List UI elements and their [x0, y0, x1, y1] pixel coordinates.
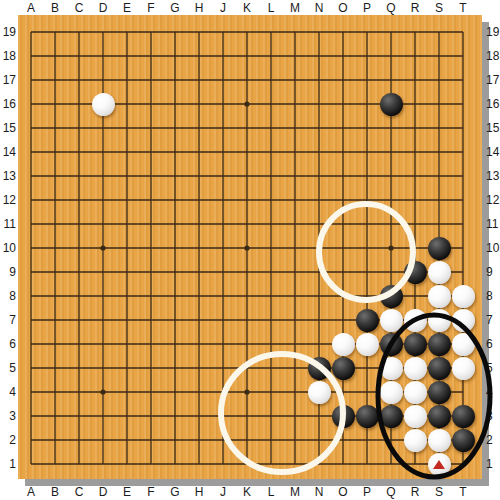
intersection-T2[interactable]: [451, 428, 475, 452]
intersection-L19[interactable]: [259, 20, 283, 44]
intersection-E15[interactable]: [115, 116, 139, 140]
intersection-H19[interactable]: [187, 20, 211, 44]
intersection-O13[interactable]: [331, 164, 355, 188]
intersection-P5[interactable]: [355, 356, 379, 380]
intersection-N19[interactable]: [307, 20, 331, 44]
intersection-S1[interactable]: [427, 452, 451, 476]
intersection-A1[interactable]: [19, 452, 43, 476]
intersection-P1[interactable]: [355, 452, 379, 476]
intersection-J5[interactable]: [211, 356, 235, 380]
intersection-Q11[interactable]: [379, 212, 403, 236]
intersection-M4[interactable]: [283, 380, 307, 404]
intersection-M15[interactable]: [283, 116, 307, 140]
intersection-Q16[interactable]: [379, 92, 403, 116]
intersection-P11[interactable]: [355, 212, 379, 236]
intersection-L11[interactable]: [259, 212, 283, 236]
intersection-F16[interactable]: [139, 92, 163, 116]
intersection-Q6[interactable]: [379, 332, 403, 356]
intersection-N3[interactable]: [307, 404, 331, 428]
intersection-K12[interactable]: [235, 188, 259, 212]
intersection-N13[interactable]: [307, 164, 331, 188]
intersection-A12[interactable]: [19, 188, 43, 212]
intersection-C4[interactable]: [67, 380, 91, 404]
intersection-J13[interactable]: [211, 164, 235, 188]
intersection-T5[interactable]: [451, 356, 475, 380]
intersection-C11[interactable]: [67, 212, 91, 236]
intersection-H8[interactable]: [187, 284, 211, 308]
intersection-N18[interactable]: [307, 44, 331, 68]
intersection-Q18[interactable]: [379, 44, 403, 68]
intersection-J2[interactable]: [211, 428, 235, 452]
intersection-J10[interactable]: [211, 236, 235, 260]
intersection-O10[interactable]: [331, 236, 355, 260]
intersection-K19[interactable]: [235, 20, 259, 44]
intersection-E19[interactable]: [115, 20, 139, 44]
intersection-C2[interactable]: [67, 428, 91, 452]
intersection-A3[interactable]: [19, 404, 43, 428]
intersection-J17[interactable]: [211, 68, 235, 92]
intersection-J16[interactable]: [211, 92, 235, 116]
intersection-Q1[interactable]: [379, 452, 403, 476]
intersection-G5[interactable]: [163, 356, 187, 380]
intersection-E6[interactable]: [115, 332, 139, 356]
intersection-K13[interactable]: [235, 164, 259, 188]
intersection-T9[interactable]: [451, 260, 475, 284]
intersection-K9[interactable]: [235, 260, 259, 284]
intersection-E12[interactable]: [115, 188, 139, 212]
intersection-K4[interactable]: [235, 380, 259, 404]
intersection-P14[interactable]: [355, 140, 379, 164]
intersection-F8[interactable]: [139, 284, 163, 308]
intersection-M16[interactable]: [283, 92, 307, 116]
intersection-B19[interactable]: [43, 20, 67, 44]
intersection-L7[interactable]: [259, 308, 283, 332]
intersection-A9[interactable]: [19, 260, 43, 284]
intersection-N5[interactable]: [307, 356, 331, 380]
intersection-P8[interactable]: [355, 284, 379, 308]
intersection-H4[interactable]: [187, 380, 211, 404]
intersection-S2[interactable]: [427, 428, 451, 452]
intersection-B18[interactable]: [43, 44, 67, 68]
intersection-O18[interactable]: [331, 44, 355, 68]
intersection-O5[interactable]: [331, 356, 355, 380]
intersection-T19[interactable]: [451, 20, 475, 44]
intersection-H3[interactable]: [187, 404, 211, 428]
intersection-K6[interactable]: [235, 332, 259, 356]
intersection-E5[interactable]: [115, 356, 139, 380]
intersection-J12[interactable]: [211, 188, 235, 212]
intersection-G15[interactable]: [163, 116, 187, 140]
intersection-D9[interactable]: [91, 260, 115, 284]
intersection-S11[interactable]: [427, 212, 451, 236]
intersection-S17[interactable]: [427, 68, 451, 92]
intersection-Q8[interactable]: [379, 284, 403, 308]
intersection-O19[interactable]: [331, 20, 355, 44]
intersection-E16[interactable]: [115, 92, 139, 116]
intersection-G19[interactable]: [163, 20, 187, 44]
intersection-B3[interactable]: [43, 404, 67, 428]
intersection-Q10[interactable]: [379, 236, 403, 260]
intersection-M10[interactable]: [283, 236, 307, 260]
intersection-P19[interactable]: [355, 20, 379, 44]
intersection-S12[interactable]: [427, 188, 451, 212]
intersection-D7[interactable]: [91, 308, 115, 332]
intersection-E4[interactable]: [115, 380, 139, 404]
intersection-M2[interactable]: [283, 428, 307, 452]
intersection-B15[interactable]: [43, 116, 67, 140]
intersection-A2[interactable]: [19, 428, 43, 452]
intersection-R7[interactable]: [403, 308, 427, 332]
intersection-R17[interactable]: [403, 68, 427, 92]
intersection-D13[interactable]: [91, 164, 115, 188]
intersection-S13[interactable]: [427, 164, 451, 188]
intersection-L16[interactable]: [259, 92, 283, 116]
intersection-O7[interactable]: [331, 308, 355, 332]
intersection-L15[interactable]: [259, 116, 283, 140]
intersection-F7[interactable]: [139, 308, 163, 332]
intersection-T10[interactable]: [451, 236, 475, 260]
intersection-H7[interactable]: [187, 308, 211, 332]
intersection-N16[interactable]: [307, 92, 331, 116]
intersection-L9[interactable]: [259, 260, 283, 284]
intersection-R5[interactable]: [403, 356, 427, 380]
intersection-F12[interactable]: [139, 188, 163, 212]
intersection-L12[interactable]: [259, 188, 283, 212]
intersection-A16[interactable]: [19, 92, 43, 116]
intersection-J3[interactable]: [211, 404, 235, 428]
intersection-P17[interactable]: [355, 68, 379, 92]
intersection-A15[interactable]: [19, 116, 43, 140]
intersection-H15[interactable]: [187, 116, 211, 140]
intersection-G9[interactable]: [163, 260, 187, 284]
intersection-N8[interactable]: [307, 284, 331, 308]
intersection-O1[interactable]: [331, 452, 355, 476]
intersection-H9[interactable]: [187, 260, 211, 284]
intersection-G4[interactable]: [163, 380, 187, 404]
intersection-G16[interactable]: [163, 92, 187, 116]
intersection-C19[interactable]: [67, 20, 91, 44]
intersection-A6[interactable]: [19, 332, 43, 356]
intersection-Q7[interactable]: [379, 308, 403, 332]
intersection-H16[interactable]: [187, 92, 211, 116]
intersection-T15[interactable]: [451, 116, 475, 140]
intersection-S8[interactable]: [427, 284, 451, 308]
intersection-B1[interactable]: [43, 452, 67, 476]
intersection-B16[interactable]: [43, 92, 67, 116]
intersection-J19[interactable]: [211, 20, 235, 44]
intersection-O3[interactable]: [331, 404, 355, 428]
intersection-K3[interactable]: [235, 404, 259, 428]
intersection-M18[interactable]: [283, 44, 307, 68]
intersection-K8[interactable]: [235, 284, 259, 308]
intersection-P7[interactable]: [355, 308, 379, 332]
intersection-D18[interactable]: [91, 44, 115, 68]
intersection-A5[interactable]: [19, 356, 43, 380]
intersection-C16[interactable]: [67, 92, 91, 116]
intersection-B13[interactable]: [43, 164, 67, 188]
intersection-K14[interactable]: [235, 140, 259, 164]
intersection-M19[interactable]: [283, 20, 307, 44]
intersection-R3[interactable]: [403, 404, 427, 428]
intersection-D11[interactable]: [91, 212, 115, 236]
intersection-F3[interactable]: [139, 404, 163, 428]
intersection-M11[interactable]: [283, 212, 307, 236]
intersection-D19[interactable]: [91, 20, 115, 44]
intersection-E1[interactable]: [115, 452, 139, 476]
intersection-D10[interactable]: [91, 236, 115, 260]
intersection-B8[interactable]: [43, 284, 67, 308]
intersection-B9[interactable]: [43, 260, 67, 284]
intersection-Q14[interactable]: [379, 140, 403, 164]
intersection-L8[interactable]: [259, 284, 283, 308]
intersection-R19[interactable]: [403, 20, 427, 44]
intersection-P12[interactable]: [355, 188, 379, 212]
intersection-O4[interactable]: [331, 380, 355, 404]
intersection-M12[interactable]: [283, 188, 307, 212]
intersection-J7[interactable]: [211, 308, 235, 332]
intersection-O14[interactable]: [331, 140, 355, 164]
intersection-S3[interactable]: [427, 404, 451, 428]
intersection-P3[interactable]: [355, 404, 379, 428]
intersection-C5[interactable]: [67, 356, 91, 380]
intersection-D8[interactable]: [91, 284, 115, 308]
intersection-M1[interactable]: [283, 452, 307, 476]
intersection-H5[interactable]: [187, 356, 211, 380]
intersection-K5[interactable]: [235, 356, 259, 380]
intersection-J4[interactable]: [211, 380, 235, 404]
intersection-L14[interactable]: [259, 140, 283, 164]
intersection-O15[interactable]: [331, 116, 355, 140]
intersection-A7[interactable]: [19, 308, 43, 332]
intersection-F6[interactable]: [139, 332, 163, 356]
intersection-Q12[interactable]: [379, 188, 403, 212]
intersection-G3[interactable]: [163, 404, 187, 428]
intersection-K18[interactable]: [235, 44, 259, 68]
intersection-G6[interactable]: [163, 332, 187, 356]
intersection-F14[interactable]: [139, 140, 163, 164]
intersection-N4[interactable]: [307, 380, 331, 404]
intersection-C13[interactable]: [67, 164, 91, 188]
intersection-K15[interactable]: [235, 116, 259, 140]
intersection-A8[interactable]: [19, 284, 43, 308]
intersection-P15[interactable]: [355, 116, 379, 140]
intersection-M6[interactable]: [283, 332, 307, 356]
intersection-F5[interactable]: [139, 356, 163, 380]
intersection-H12[interactable]: [187, 188, 211, 212]
intersection-N9[interactable]: [307, 260, 331, 284]
intersection-R11[interactable]: [403, 212, 427, 236]
intersection-D6[interactable]: [91, 332, 115, 356]
intersection-T16[interactable]: [451, 92, 475, 116]
intersection-E13[interactable]: [115, 164, 139, 188]
intersection-S15[interactable]: [427, 116, 451, 140]
intersection-H10[interactable]: [187, 236, 211, 260]
intersection-G13[interactable]: [163, 164, 187, 188]
intersection-R4[interactable]: [403, 380, 427, 404]
intersection-R8[interactable]: [403, 284, 427, 308]
intersection-H17[interactable]: [187, 68, 211, 92]
intersection-P6[interactable]: [355, 332, 379, 356]
intersection-A13[interactable]: [19, 164, 43, 188]
intersection-E3[interactable]: [115, 404, 139, 428]
intersection-R6[interactable]: [403, 332, 427, 356]
intersection-B5[interactable]: [43, 356, 67, 380]
intersection-S9[interactable]: [427, 260, 451, 284]
intersection-N11[interactable]: [307, 212, 331, 236]
intersection-G14[interactable]: [163, 140, 187, 164]
intersection-J1[interactable]: [211, 452, 235, 476]
intersection-F18[interactable]: [139, 44, 163, 68]
intersection-J11[interactable]: [211, 212, 235, 236]
intersection-P10[interactable]: [355, 236, 379, 260]
intersection-C1[interactable]: [67, 452, 91, 476]
intersection-C17[interactable]: [67, 68, 91, 92]
intersection-F17[interactable]: [139, 68, 163, 92]
intersection-J18[interactable]: [211, 44, 235, 68]
intersection-S7[interactable]: [427, 308, 451, 332]
intersection-T18[interactable]: [451, 44, 475, 68]
intersection-B2[interactable]: [43, 428, 67, 452]
intersection-O16[interactable]: [331, 92, 355, 116]
intersection-H13[interactable]: [187, 164, 211, 188]
intersection-T3[interactable]: [451, 404, 475, 428]
intersection-C9[interactable]: [67, 260, 91, 284]
intersection-Q5[interactable]: [379, 356, 403, 380]
intersection-L18[interactable]: [259, 44, 283, 68]
intersection-A17[interactable]: [19, 68, 43, 92]
intersection-F9[interactable]: [139, 260, 163, 284]
intersection-D14[interactable]: [91, 140, 115, 164]
intersection-S16[interactable]: [427, 92, 451, 116]
intersection-B14[interactable]: [43, 140, 67, 164]
intersection-N14[interactable]: [307, 140, 331, 164]
intersection-F19[interactable]: [139, 20, 163, 44]
intersection-K2[interactable]: [235, 428, 259, 452]
intersection-C6[interactable]: [67, 332, 91, 356]
intersection-Q19[interactable]: [379, 20, 403, 44]
intersection-P13[interactable]: [355, 164, 379, 188]
intersection-C3[interactable]: [67, 404, 91, 428]
intersection-K17[interactable]: [235, 68, 259, 92]
intersection-C14[interactable]: [67, 140, 91, 164]
intersection-N15[interactable]: [307, 116, 331, 140]
intersection-L10[interactable]: [259, 236, 283, 260]
intersection-K16[interactable]: [235, 92, 259, 116]
intersection-O8[interactable]: [331, 284, 355, 308]
intersection-N10[interactable]: [307, 236, 331, 260]
intersection-L17[interactable]: [259, 68, 283, 92]
intersection-L13[interactable]: [259, 164, 283, 188]
intersection-F10[interactable]: [139, 236, 163, 260]
intersection-K7[interactable]: [235, 308, 259, 332]
intersection-B6[interactable]: [43, 332, 67, 356]
intersection-A19[interactable]: [19, 20, 43, 44]
intersection-O17[interactable]: [331, 68, 355, 92]
intersection-K1[interactable]: [235, 452, 259, 476]
intersection-G2[interactable]: [163, 428, 187, 452]
intersection-H18[interactable]: [187, 44, 211, 68]
intersection-O12[interactable]: [331, 188, 355, 212]
intersection-E8[interactable]: [115, 284, 139, 308]
intersection-F13[interactable]: [139, 164, 163, 188]
intersection-R18[interactable]: [403, 44, 427, 68]
intersection-F15[interactable]: [139, 116, 163, 140]
intersection-G12[interactable]: [163, 188, 187, 212]
intersection-Q17[interactable]: [379, 68, 403, 92]
intersection-B11[interactable]: [43, 212, 67, 236]
intersection-T7[interactable]: [451, 308, 475, 332]
intersection-S19[interactable]: [427, 20, 451, 44]
intersection-T12[interactable]: [451, 188, 475, 212]
intersection-M3[interactable]: [283, 404, 307, 428]
intersection-T1[interactable]: [451, 452, 475, 476]
intersection-D16[interactable]: [91, 92, 115, 116]
intersection-R9[interactable]: [403, 260, 427, 284]
intersection-G10[interactable]: [163, 236, 187, 260]
intersection-H1[interactable]: [187, 452, 211, 476]
intersection-P18[interactable]: [355, 44, 379, 68]
intersection-E17[interactable]: [115, 68, 139, 92]
intersection-E2[interactable]: [115, 428, 139, 452]
intersection-T14[interactable]: [451, 140, 475, 164]
intersection-T6[interactable]: [451, 332, 475, 356]
intersection-O2[interactable]: [331, 428, 355, 452]
intersection-J9[interactable]: [211, 260, 235, 284]
intersection-E14[interactable]: [115, 140, 139, 164]
intersection-C8[interactable]: [67, 284, 91, 308]
intersection-N12[interactable]: [307, 188, 331, 212]
intersection-T11[interactable]: [451, 212, 475, 236]
intersection-P9[interactable]: [355, 260, 379, 284]
intersection-S10[interactable]: [427, 236, 451, 260]
intersection-K10[interactable]: [235, 236, 259, 260]
intersection-D4[interactable]: [91, 380, 115, 404]
intersection-D12[interactable]: [91, 188, 115, 212]
intersection-M17[interactable]: [283, 68, 307, 92]
intersection-F4[interactable]: [139, 380, 163, 404]
intersection-S6[interactable]: [427, 332, 451, 356]
intersection-B12[interactable]: [43, 188, 67, 212]
intersection-Q2[interactable]: [379, 428, 403, 452]
intersection-G7[interactable]: [163, 308, 187, 332]
intersection-N1[interactable]: [307, 452, 331, 476]
intersection-Q4[interactable]: [379, 380, 403, 404]
intersection-D3[interactable]: [91, 404, 115, 428]
intersection-Q3[interactable]: [379, 404, 403, 428]
intersection-T13[interactable]: [451, 164, 475, 188]
intersection-A11[interactable]: [19, 212, 43, 236]
intersection-S5[interactable]: [427, 356, 451, 380]
intersection-T4[interactable]: [451, 380, 475, 404]
intersection-E7[interactable]: [115, 308, 139, 332]
intersection-M13[interactable]: [283, 164, 307, 188]
intersection-J6[interactable]: [211, 332, 235, 356]
intersection-Q15[interactable]: [379, 116, 403, 140]
intersection-S4[interactable]: [427, 380, 451, 404]
intersection-M8[interactable]: [283, 284, 307, 308]
intersection-R16[interactable]: [403, 92, 427, 116]
intersection-P16[interactable]: [355, 92, 379, 116]
intersection-C18[interactable]: [67, 44, 91, 68]
intersection-L2[interactable]: [259, 428, 283, 452]
intersection-G18[interactable]: [163, 44, 187, 68]
intersection-S14[interactable]: [427, 140, 451, 164]
intersection-F11[interactable]: [139, 212, 163, 236]
intersection-G1[interactable]: [163, 452, 187, 476]
intersection-A4[interactable]: [19, 380, 43, 404]
intersection-D15[interactable]: [91, 116, 115, 140]
intersection-J14[interactable]: [211, 140, 235, 164]
